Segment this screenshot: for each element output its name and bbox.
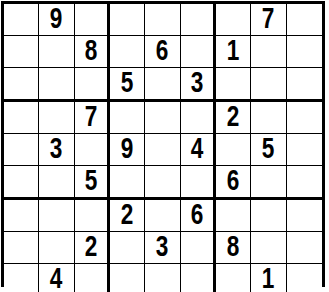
cell-r2c7[interactable]: 1 — [216, 36, 251, 68]
given-digit: 5 — [121, 68, 134, 99]
cell-r8c6[interactable] — [181, 232, 216, 264]
cell-r2c6[interactable] — [181, 36, 216, 68]
given-digit: 5 — [262, 134, 275, 165]
cell-r8c9[interactable] — [287, 232, 322, 264]
given-digit: 7 — [262, 4, 275, 35]
cell-r7c3[interactable] — [75, 200, 110, 232]
cell-r4c5[interactable] — [145, 102, 180, 134]
cell-r8c4[interactable] — [110, 232, 145, 264]
cell-r4c4[interactable] — [110, 102, 145, 134]
given-digit: 2 — [121, 200, 134, 231]
cell-r4c6[interactable] — [181, 102, 216, 134]
cell-r1c2[interactable]: 9 — [39, 4, 74, 36]
cell-r5c2[interactable]: 3 — [39, 134, 74, 166]
cell-r6c4[interactable] — [110, 166, 145, 200]
cell-r5c6[interactable]: 4 — [181, 134, 216, 166]
cell-r6c2[interactable] — [39, 166, 74, 200]
cell-r6c8[interactable] — [251, 166, 286, 200]
cell-r1c8[interactable]: 7 — [251, 4, 286, 36]
cell-r3c5[interactable] — [145, 68, 180, 102]
cell-r2c8[interactable] — [251, 36, 286, 68]
cell-r9c1[interactable] — [4, 264, 39, 292]
given-digit: 8 — [227, 232, 240, 263]
cell-r6c1[interactable] — [4, 166, 39, 200]
cell-r1c6[interactable] — [181, 4, 216, 36]
cell-r3c8[interactable] — [251, 68, 286, 102]
given-digit: 8 — [85, 36, 98, 67]
cell-r9c7[interactable] — [216, 264, 251, 292]
cell-r6c9[interactable] — [287, 166, 322, 200]
cell-r5c9[interactable] — [287, 134, 322, 166]
given-digit: 7 — [85, 102, 98, 133]
given-digit: 4 — [191, 134, 204, 165]
cell-r8c8[interactable] — [251, 232, 286, 264]
cell-r3c6[interactable]: 3 — [181, 68, 216, 102]
cell-r1c1[interactable] — [4, 4, 39, 36]
given-digit: 1 — [227, 36, 240, 67]
cell-r3c3[interactable] — [75, 68, 110, 102]
cell-r6c7[interactable]: 6 — [216, 166, 251, 200]
cell-r3c9[interactable] — [287, 68, 322, 102]
cell-r2c1[interactable] — [4, 36, 39, 68]
cell-r1c9[interactable] — [287, 4, 322, 36]
given-digit: 3 — [50, 134, 63, 165]
cell-r5c1[interactable] — [4, 134, 39, 166]
cell-r4c9[interactable] — [287, 102, 322, 134]
cell-r8c5[interactable]: 3 — [145, 232, 180, 264]
cell-r2c5[interactable]: 6 — [145, 36, 180, 68]
cell-r4c3[interactable]: 7 — [75, 102, 110, 134]
given-digit: 5 — [85, 166, 98, 197]
given-digit: 4 — [50, 264, 63, 292]
given-digit: 6 — [156, 36, 169, 67]
cell-r3c7[interactable] — [216, 68, 251, 102]
cell-r9c9[interactable] — [287, 264, 322, 292]
cell-r4c7[interactable]: 2 — [216, 102, 251, 134]
cell-r7c2[interactable] — [39, 200, 74, 232]
cell-r2c3[interactable]: 8 — [75, 36, 110, 68]
cell-r4c2[interactable] — [39, 102, 74, 134]
cell-r2c4[interactable] — [110, 36, 145, 68]
given-digit: 6 — [227, 166, 240, 197]
cell-r1c3[interactable] — [75, 4, 110, 36]
cell-r9c5[interactable] — [145, 264, 180, 292]
cell-r5c7[interactable] — [216, 134, 251, 166]
cell-r9c3[interactable] — [75, 264, 110, 292]
sudoku-board: 9786153723945562623841 — [1, 1, 325, 287]
cell-r7c5[interactable] — [145, 200, 180, 232]
cell-r8c7[interactable]: 8 — [216, 232, 251, 264]
cell-r9c2[interactable]: 4 — [39, 264, 74, 292]
cell-r3c1[interactable] — [4, 68, 39, 102]
cell-r7c9[interactable] — [287, 200, 322, 232]
given-digit: 9 — [50, 4, 63, 35]
cell-r5c3[interactable] — [75, 134, 110, 166]
cell-r5c8[interactable]: 5 — [251, 134, 286, 166]
cell-r7c4[interactable]: 2 — [110, 200, 145, 232]
cell-r2c2[interactable] — [39, 36, 74, 68]
cell-r5c5[interactable] — [145, 134, 180, 166]
cell-r7c7[interactable] — [216, 200, 251, 232]
sudoku-puzzle: 9786153723945562623841 — [0, 0, 329, 292]
cell-r6c3[interactable]: 5 — [75, 166, 110, 200]
cell-r1c5[interactable] — [145, 4, 180, 36]
cell-r3c4[interactable]: 5 — [110, 68, 145, 102]
cell-r8c2[interactable] — [39, 232, 74, 264]
cell-r7c8[interactable] — [251, 200, 286, 232]
cell-r4c8[interactable] — [251, 102, 286, 134]
cell-r4c1[interactable] — [4, 102, 39, 134]
cell-r7c6[interactable]: 6 — [181, 200, 216, 232]
given-digit: 3 — [191, 68, 204, 99]
given-digit: 3 — [156, 232, 169, 263]
cell-r2c9[interactable] — [287, 36, 322, 68]
cell-r5c4[interactable]: 9 — [110, 134, 145, 166]
given-digit: 6 — [191, 200, 204, 231]
given-digit: 2 — [227, 102, 240, 133]
given-digit: 2 — [85, 232, 98, 263]
cell-r6c6[interactable] — [181, 166, 216, 200]
cell-r1c7[interactable] — [216, 4, 251, 36]
cell-r9c8[interactable]: 1 — [251, 264, 286, 292]
given-digit: 1 — [262, 264, 275, 292]
given-digit: 9 — [121, 134, 134, 165]
cell-r8c1[interactable] — [4, 232, 39, 264]
cell-r7c1[interactable] — [4, 200, 39, 232]
cell-r9c6[interactable] — [181, 264, 216, 292]
cell-r9c4[interactable] — [110, 264, 145, 292]
cell-r8c3[interactable]: 2 — [75, 232, 110, 264]
cell-r3c2[interactable] — [39, 68, 74, 102]
cell-r1c4[interactable] — [110, 4, 145, 36]
cell-r6c5[interactable] — [145, 166, 180, 200]
